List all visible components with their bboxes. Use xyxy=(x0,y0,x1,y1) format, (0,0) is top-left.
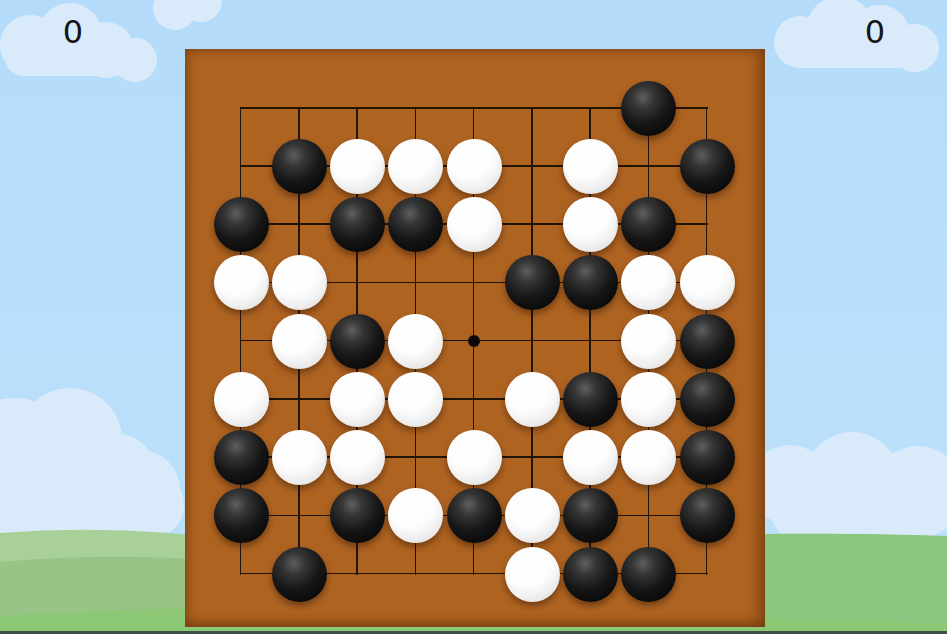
board-point[interactable] xyxy=(212,370,270,428)
board-point[interactable] xyxy=(387,487,445,545)
white-stone xyxy=(505,547,560,602)
black-stone xyxy=(214,197,269,252)
board-point[interactable] xyxy=(678,370,736,428)
board-grid xyxy=(212,79,736,603)
board-point[interactable] xyxy=(212,254,270,312)
white-stone xyxy=(330,372,385,427)
black-stone xyxy=(214,488,269,543)
board-point[interactable] xyxy=(445,370,503,428)
black-stone xyxy=(447,488,502,543)
black-stone xyxy=(330,314,385,369)
board-point[interactable] xyxy=(445,79,503,137)
white-stone xyxy=(621,430,676,485)
board-point[interactable] xyxy=(503,254,561,312)
black-stone xyxy=(330,197,385,252)
board-point[interactable] xyxy=(678,428,736,486)
game-screen: 0 0 xyxy=(0,0,947,634)
black-stone xyxy=(621,547,676,602)
white-stone xyxy=(447,139,502,194)
board-point[interactable] xyxy=(328,487,386,545)
board-point[interactable] xyxy=(445,254,503,312)
black-stone xyxy=(563,372,618,427)
white-stone xyxy=(214,372,269,427)
black-stone xyxy=(563,488,618,543)
board-point[interactable] xyxy=(445,137,503,195)
board-point[interactable] xyxy=(212,137,270,195)
board-point[interactable] xyxy=(445,428,503,486)
board-point[interactable] xyxy=(503,545,561,603)
white-stone xyxy=(388,488,443,543)
board-point[interactable] xyxy=(387,370,445,428)
board-point[interactable] xyxy=(678,79,736,137)
black-stone xyxy=(621,197,676,252)
board-point[interactable] xyxy=(620,312,678,370)
board-point[interactable] xyxy=(561,370,619,428)
white-stone xyxy=(214,255,269,310)
board-point[interactable] xyxy=(387,254,445,312)
board-point[interactable] xyxy=(678,137,736,195)
board-point[interactable] xyxy=(445,312,503,370)
board-point[interactable] xyxy=(270,428,328,486)
black-stone xyxy=(330,488,385,543)
board-point[interactable] xyxy=(678,312,736,370)
board-point[interactable] xyxy=(503,487,561,545)
board-point[interactable] xyxy=(328,312,386,370)
white-stone xyxy=(447,197,502,252)
board-point[interactable] xyxy=(561,428,619,486)
white-stone xyxy=(563,430,618,485)
black-stone xyxy=(272,139,327,194)
board-point[interactable] xyxy=(445,487,503,545)
black-stone xyxy=(272,547,327,602)
white-stone xyxy=(505,372,560,427)
board-point[interactable] xyxy=(387,545,445,603)
black-stone xyxy=(563,547,618,602)
board-point[interactable] xyxy=(328,428,386,486)
board-point[interactable] xyxy=(678,254,736,312)
white-stone xyxy=(621,314,676,369)
board-point[interactable] xyxy=(678,545,736,603)
white-stone xyxy=(272,314,327,369)
board-point[interactable] xyxy=(328,137,386,195)
board-point[interactable] xyxy=(503,137,561,195)
white-stone xyxy=(330,430,385,485)
board-point[interactable] xyxy=(270,487,328,545)
board-point[interactable] xyxy=(212,195,270,253)
black-stone xyxy=(505,255,560,310)
white-stone xyxy=(272,430,327,485)
black-stone xyxy=(680,372,735,427)
board-point[interactable] xyxy=(387,428,445,486)
board-point[interactable] xyxy=(503,312,561,370)
black-stone xyxy=(563,255,618,310)
white-stone xyxy=(330,139,385,194)
board-point[interactable] xyxy=(503,428,561,486)
board-point[interactable] xyxy=(328,370,386,428)
go-board xyxy=(185,49,765,627)
board-point[interactable] xyxy=(328,254,386,312)
board-point[interactable] xyxy=(620,254,678,312)
board-point[interactable] xyxy=(387,137,445,195)
board-point[interactable] xyxy=(270,137,328,195)
score-right: 0 xyxy=(845,10,905,54)
white-stone xyxy=(621,255,676,310)
board-point[interactable] xyxy=(387,79,445,137)
board-point[interactable] xyxy=(561,545,619,603)
board-point[interactable] xyxy=(328,79,386,137)
white-stone xyxy=(505,488,560,543)
board-point[interactable] xyxy=(212,487,270,545)
white-stone xyxy=(447,430,502,485)
black-stone xyxy=(621,81,676,136)
black-stone xyxy=(680,430,735,485)
board-point[interactable] xyxy=(445,195,503,253)
black-stone xyxy=(680,488,735,543)
white-stone xyxy=(388,139,443,194)
board-point[interactable] xyxy=(620,370,678,428)
board-point[interactable] xyxy=(270,195,328,253)
board-point[interactable] xyxy=(620,137,678,195)
board-point[interactable] xyxy=(212,545,270,603)
board-point[interactable] xyxy=(620,79,678,137)
board-point[interactable] xyxy=(561,312,619,370)
board-point[interactable] xyxy=(678,195,736,253)
board-point[interactable] xyxy=(270,545,328,603)
board-point[interactable] xyxy=(270,312,328,370)
board-point[interactable] xyxy=(445,545,503,603)
board-point[interactable] xyxy=(620,487,678,545)
board-point[interactable] xyxy=(503,195,561,253)
board-point[interactable] xyxy=(503,79,561,137)
board-point[interactable] xyxy=(328,195,386,253)
black-stone xyxy=(680,314,735,369)
white-stone xyxy=(680,255,735,310)
board-point[interactable] xyxy=(270,254,328,312)
board-point[interactable] xyxy=(620,545,678,603)
board-point[interactable] xyxy=(503,370,561,428)
board-point[interactable] xyxy=(387,312,445,370)
board-point[interactable] xyxy=(212,79,270,137)
white-stone xyxy=(388,314,443,369)
black-stone xyxy=(214,430,269,485)
board-point[interactable] xyxy=(328,545,386,603)
board-point[interactable] xyxy=(387,195,445,253)
board-point[interactable] xyxy=(620,195,678,253)
black-stone xyxy=(388,197,443,252)
board-point[interactable] xyxy=(270,370,328,428)
board-point[interactable] xyxy=(678,487,736,545)
board-point[interactable] xyxy=(561,137,619,195)
white-stone xyxy=(388,372,443,427)
board-point[interactable] xyxy=(212,428,270,486)
white-stone xyxy=(563,197,618,252)
board-point[interactable] xyxy=(561,487,619,545)
board-point[interactable] xyxy=(212,312,270,370)
white-stone xyxy=(621,372,676,427)
board-point[interactable] xyxy=(620,428,678,486)
white-stone xyxy=(272,255,327,310)
board-point[interactable] xyxy=(561,79,619,137)
white-stone xyxy=(563,139,618,194)
black-stone xyxy=(680,139,735,194)
board-point[interactable] xyxy=(270,79,328,137)
board-point[interactable] xyxy=(561,254,619,312)
score-left: 0 xyxy=(43,10,103,54)
board-point[interactable] xyxy=(561,195,619,253)
